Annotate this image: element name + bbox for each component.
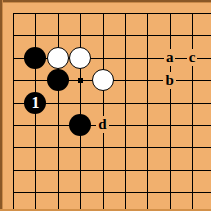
white-stone: [92, 69, 114, 91]
black-stone: [47, 69, 69, 91]
black-stone-move-1: 1: [24, 92, 46, 114]
point-label-b: b: [163, 72, 175, 89]
move-number: 1: [31, 95, 39, 111]
star-point-icon: [78, 78, 83, 83]
white-stone: [47, 47, 69, 69]
board-frame-top: [0, 0, 211, 3]
black-stone: [24, 47, 46, 69]
black-stone: [69, 114, 91, 136]
white-stone: [69, 47, 91, 69]
board-frame-left: [0, 0, 3, 211]
go-board: 1acbd: [2, 2, 203, 203]
go-diagram: 1acbd: [0, 0, 211, 211]
point-label-a: a: [164, 49, 176, 66]
board-frame-bottom: [0, 209, 211, 211]
point-label-d: d: [96, 116, 108, 133]
point-label-c: c: [187, 49, 198, 66]
